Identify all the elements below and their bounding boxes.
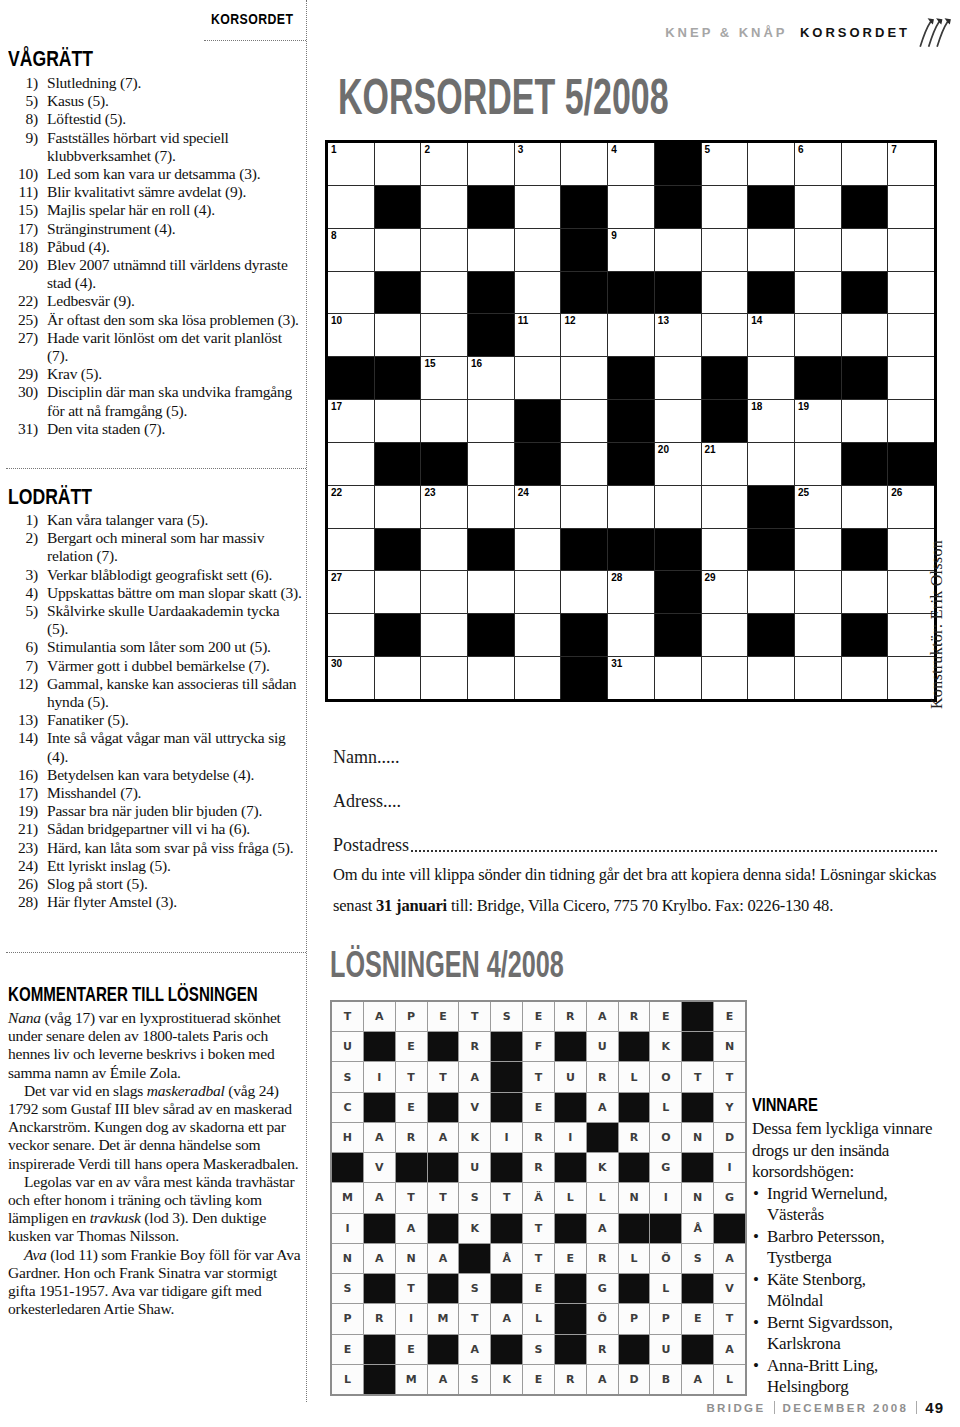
- white-cell[interactable]: [468, 400, 514, 442]
- clue-number: 9): [8, 129, 38, 165]
- white-cell[interactable]: 14: [748, 314, 794, 356]
- solution-black-cell: [491, 1062, 522, 1091]
- clue: 17)Stränginstrument (4).: [8, 220, 302, 238]
- white-cell[interactable]: [375, 314, 421, 356]
- black-cell: [748, 614, 794, 656]
- white-cell[interactable]: 6: [795, 143, 841, 185]
- white-cell[interactable]: [561, 143, 607, 185]
- solution-letter-cell: D: [714, 1123, 745, 1152]
- white-cell[interactable]: 22: [328, 486, 374, 528]
- black-cell: [748, 529, 794, 571]
- winner-name: Barbro Petersson,: [767, 1226, 950, 1248]
- white-cell[interactable]: [748, 357, 794, 399]
- white-cell[interactable]: [795, 443, 841, 485]
- clue-number: 31): [8, 420, 38, 438]
- clue-number: 4): [8, 584, 38, 602]
- white-cell[interactable]: 7: [888, 143, 934, 185]
- white-cell[interactable]: [468, 657, 514, 699]
- white-cell[interactable]: [655, 486, 701, 528]
- white-cell[interactable]: 11: [515, 314, 561, 356]
- solution-letter-cell: A: [491, 1304, 522, 1333]
- solution-letter-cell: R: [364, 1304, 395, 1333]
- black-cell: [655, 614, 701, 656]
- black-cell: [655, 186, 701, 228]
- solution-black-cell: [428, 1093, 459, 1122]
- solution-black-cell: [364, 1274, 395, 1303]
- white-cell[interactable]: 4: [608, 143, 654, 185]
- clue: 9)Fastställes hörbart vid speciell klubb…: [8, 129, 302, 165]
- clue: 19)Passar bra när juden blir bjuden (7).: [8, 802, 302, 820]
- cell-number: 12: [564, 315, 575, 326]
- clue: 21)Sådan bridgepartner vill vi ha (6).: [8, 820, 302, 838]
- white-cell[interactable]: [468, 229, 514, 271]
- white-cell[interactable]: 24: [515, 486, 561, 528]
- solution-letter-cell: N: [332, 1244, 363, 1273]
- white-cell[interactable]: [702, 614, 748, 656]
- black-cell: [375, 357, 421, 399]
- white-cell[interactable]: [561, 486, 607, 528]
- white-cell[interactable]: [608, 486, 654, 528]
- cell-number: 3: [518, 144, 524, 155]
- white-cell[interactable]: [421, 529, 467, 571]
- white-cell[interactable]: [375, 571, 421, 613]
- cell-number: 26: [891, 487, 902, 498]
- white-cell[interactable]: [515, 657, 561, 699]
- white-cell[interactable]: [608, 314, 654, 356]
- solution-letter-cell: P: [650, 1304, 681, 1333]
- black-cell: [608, 357, 654, 399]
- white-cell[interactable]: 20: [655, 443, 701, 485]
- clue-text: Blir kvalitativt sämre avdelat (9).: [47, 183, 302, 201]
- white-cell[interactable]: [795, 657, 841, 699]
- solution-letter-cell: Å: [491, 1244, 522, 1273]
- white-cell[interactable]: [702, 314, 748, 356]
- black-cell: [795, 357, 841, 399]
- white-cell[interactable]: 29: [702, 571, 748, 613]
- clue: 1)Kan våra talanger vara (5).: [8, 511, 302, 529]
- solution-letter-cell: P: [332, 1304, 363, 1333]
- solution-letter-cell: K: [459, 1214, 490, 1243]
- solution-black-cell: [428, 1032, 459, 1061]
- black-cell: [421, 443, 467, 485]
- column-divider: [306, 0, 307, 1402]
- white-cell[interactable]: [702, 272, 748, 314]
- white-cell[interactable]: [748, 657, 794, 699]
- white-cell[interactable]: 3: [515, 143, 561, 185]
- white-cell[interactable]: [655, 229, 701, 271]
- black-cell: [561, 657, 607, 699]
- white-cell[interactable]: 23: [421, 486, 467, 528]
- solution-letter-cell: T: [459, 1304, 490, 1333]
- solution-letter-cell: R: [396, 1123, 427, 1152]
- clue-number: 29): [8, 365, 38, 383]
- white-cell[interactable]: [795, 314, 841, 356]
- solution-letter-cell: A: [428, 1123, 459, 1152]
- white-cell[interactable]: 28: [608, 571, 654, 613]
- white-cell[interactable]: 5: [702, 143, 748, 185]
- white-cell[interactable]: 9: [608, 229, 654, 271]
- solution-black-cell: [682, 1093, 713, 1122]
- clue: 25)Är oftast den som ska lösa problemen …: [8, 311, 302, 329]
- solution-letter-cell: R: [619, 1123, 650, 1152]
- white-cell[interactable]: [702, 529, 748, 571]
- black-cell: [468, 614, 514, 656]
- solution-black-cell: [555, 1335, 586, 1364]
- solution-black-cell: [555, 1153, 586, 1182]
- white-cell[interactable]: 30: [328, 657, 374, 699]
- cell-number: 7: [891, 144, 897, 155]
- white-cell[interactable]: 25: [795, 486, 841, 528]
- solution-letter-cell: U: [332, 1032, 363, 1061]
- across-clue-list: 1)Slutledning (7).5)Kasus (5).8)Löftesti…: [8, 74, 302, 438]
- comment-paragraph: Ava (lod 11) som Frankie Boy föll för va…: [8, 1246, 304, 1319]
- clue: 12)Gammal, kanske kan associeras till så…: [8, 675, 302, 711]
- clue-text: Härd, kan låta som svar på viss fråga (5…: [47, 839, 302, 857]
- cell-number: 25: [798, 487, 809, 498]
- white-cell[interactable]: [515, 357, 561, 399]
- comments-body: Nana (våg 17) var en lyxprostituerad skö…: [8, 1009, 304, 1318]
- clue: 17)Misshandel (7).: [8, 784, 302, 802]
- white-cell[interactable]: [375, 229, 421, 271]
- white-cell[interactable]: [375, 486, 421, 528]
- solution-letter-cell: N: [682, 1183, 713, 1212]
- quill-pens-icon: [917, 15, 953, 49]
- solution-letter-cell: H: [332, 1123, 363, 1152]
- white-cell[interactable]: [328, 272, 374, 314]
- white-cell[interactable]: 16: [468, 357, 514, 399]
- black-cell: [655, 272, 701, 314]
- white-cell[interactable]: [842, 486, 888, 528]
- black-cell: [702, 357, 748, 399]
- black-cell: [375, 443, 421, 485]
- white-cell[interactable]: [748, 229, 794, 271]
- black-cell: [655, 571, 701, 613]
- cell-number: 27: [331, 572, 342, 583]
- solution-letter-cell: A: [714, 1335, 745, 1364]
- white-cell[interactable]: 18: [748, 400, 794, 442]
- dotted-rule: [204, 40, 306, 41]
- white-cell[interactable]: [842, 229, 888, 271]
- white-cell[interactable]: 8: [328, 229, 374, 271]
- solution-letter-cell: N: [619, 1183, 650, 1212]
- clue-number: 8): [8, 110, 38, 128]
- clue-number: 12): [8, 675, 38, 711]
- solution-letter-cell: A: [428, 1244, 459, 1273]
- cell-number: 10: [331, 315, 342, 326]
- white-cell[interactable]: [468, 571, 514, 613]
- white-cell[interactable]: [608, 614, 654, 656]
- white-cell[interactable]: [888, 400, 934, 442]
- clue-text: Ett lyriskt inslag (5).: [47, 857, 302, 875]
- solution-letter-cell: E: [650, 1002, 681, 1031]
- white-cell[interactable]: [421, 657, 467, 699]
- white-cell[interactable]: [748, 571, 794, 613]
- white-cell[interactable]: [375, 400, 421, 442]
- solution-black-cell: [491, 1153, 522, 1182]
- solution-letter-cell: R: [587, 1062, 618, 1091]
- solution-letter-cell: A: [714, 1244, 745, 1273]
- kicker-section: KNEP & KNÅP: [665, 25, 787, 40]
- white-cell[interactable]: [328, 529, 374, 571]
- white-cell[interactable]: [842, 571, 888, 613]
- solution-black-cell: [491, 1214, 522, 1243]
- solution-letter-cell: E: [523, 1365, 554, 1394]
- clue-text: Gammal, kanske kan associeras till sådan…: [47, 675, 302, 711]
- white-cell[interactable]: 1: [328, 143, 374, 185]
- white-cell[interactable]: 2: [421, 143, 467, 185]
- solution-letter-cell: T: [523, 1062, 554, 1091]
- cell-number: 4: [611, 144, 617, 155]
- clue-text: Kan våra talanger vara (5).: [47, 511, 302, 529]
- white-cell[interactable]: [328, 614, 374, 656]
- solution-letter-cell: L: [587, 1183, 618, 1212]
- clue-number: 20): [8, 256, 38, 292]
- white-cell[interactable]: [655, 657, 701, 699]
- white-cell[interactable]: [468, 486, 514, 528]
- solution-black-cell: [714, 1214, 745, 1243]
- white-cell[interactable]: [702, 186, 748, 228]
- solution-letter-cell: R: [587, 1335, 618, 1364]
- clue-text: Kasus (5).: [47, 92, 302, 110]
- solution-letter-cell: I: [396, 1304, 427, 1333]
- solution-letter-cell: R: [523, 1123, 554, 1152]
- white-cell[interactable]: [328, 443, 374, 485]
- down-heading: LODRÄTT: [8, 484, 113, 510]
- name-field-label: Namn.....: [333, 747, 400, 768]
- down-clue-list: 1)Kan våra talanger vara (5).2)Bergart o…: [8, 511, 302, 911]
- white-cell[interactable]: [842, 657, 888, 699]
- clue-number: 18): [8, 238, 38, 256]
- white-cell[interactable]: [375, 657, 421, 699]
- white-cell[interactable]: 10: [328, 314, 374, 356]
- white-cell[interactable]: [515, 186, 561, 228]
- black-cell: [842, 614, 888, 656]
- white-cell[interactable]: [421, 186, 467, 228]
- white-cell[interactable]: [795, 571, 841, 613]
- clue: 31)Den vita staden (7).: [8, 420, 302, 438]
- white-cell[interactable]: [328, 186, 374, 228]
- clue: 15)Majlis spelar här en roll (4).: [8, 201, 302, 219]
- solution-letter-cell: A: [459, 1062, 490, 1091]
- clue: 6)Stimulantia som låter som 200 ut (5).: [8, 638, 302, 656]
- white-cell[interactable]: [515, 229, 561, 271]
- solution-letter-cell: R: [587, 1244, 618, 1273]
- clue: 11)Blir kvalitativt sämre avdelat (9).: [8, 183, 302, 201]
- cell-number: 5: [705, 144, 711, 155]
- white-cell[interactable]: [515, 529, 561, 571]
- white-cell[interactable]: [421, 314, 467, 356]
- solution-black-cell: [459, 1244, 490, 1273]
- solution-letter-cell: G: [587, 1274, 618, 1303]
- winner-name: Anna-Britt Ling,: [767, 1355, 950, 1377]
- clue: 24)Ett lyriskt inslag (5).: [8, 857, 302, 875]
- solution-letter-cell: U: [459, 1153, 490, 1182]
- clue: 20)Blev 2007 utnämnd till världens dyras…: [8, 256, 302, 292]
- black-cell: [655, 143, 701, 185]
- winner-city: Mölndal: [767, 1290, 950, 1312]
- black-cell: [375, 272, 421, 314]
- white-cell[interactable]: [375, 143, 421, 185]
- white-cell[interactable]: [421, 571, 467, 613]
- white-cell[interactable]: 17: [328, 400, 374, 442]
- solution-letter-cell: T: [428, 1062, 459, 1091]
- clue-number: 5): [8, 602, 38, 638]
- white-cell[interactable]: [748, 443, 794, 485]
- white-cell[interactable]: 15: [421, 357, 467, 399]
- white-cell[interactable]: [515, 571, 561, 613]
- solution-letter-cell: L: [619, 1244, 650, 1273]
- solution-letter-cell: K: [459, 1123, 490, 1152]
- white-cell[interactable]: [515, 614, 561, 656]
- black-cell: [515, 443, 561, 485]
- white-cell[interactable]: [655, 357, 701, 399]
- solution-black-cell: [587, 1123, 618, 1152]
- white-cell[interactable]: [608, 186, 654, 228]
- solution-title: LÖSNINGEN 4/2008: [330, 947, 664, 983]
- white-cell[interactable]: [795, 186, 841, 228]
- cell-number: 29: [705, 572, 716, 583]
- white-cell[interactable]: [888, 186, 934, 228]
- clue-text: Betydelsen kan vara betydelse (4).: [47, 766, 302, 784]
- white-cell[interactable]: [468, 143, 514, 185]
- clue: 28)Här flyter Amstel (3).: [8, 893, 302, 911]
- solution-letter-cell: M: [396, 1365, 427, 1394]
- solution-black-cell: [682, 1153, 713, 1182]
- white-cell[interactable]: [561, 571, 607, 613]
- solution-letter-cell: R: [619, 1002, 650, 1031]
- clue-text: Led som kan vara ur detsamma (3).: [47, 165, 302, 183]
- white-cell[interactable]: [702, 229, 748, 271]
- white-cell[interactable]: 12: [561, 314, 607, 356]
- white-cell[interactable]: [561, 400, 607, 442]
- page-kicker: KNEP & KNÅP KORSORDET: [665, 25, 910, 40]
- white-cell[interactable]: 13: [655, 314, 701, 356]
- clue-text: Här flyter Amstel (3).: [47, 893, 302, 911]
- cell-number: 18: [751, 401, 762, 412]
- clue-number: 19): [8, 802, 38, 820]
- solution-letter-cell: T: [491, 1183, 522, 1212]
- clue-number: 30): [8, 383, 38, 419]
- solution-letter-cell: A: [364, 1123, 395, 1152]
- winners-heading: VINNARE: [752, 1094, 950, 1116]
- solution-letter-cell: L: [555, 1183, 586, 1212]
- white-cell[interactable]: [842, 143, 888, 185]
- white-cell[interactable]: 31: [608, 657, 654, 699]
- solution-letter-cell: E: [523, 1002, 554, 1031]
- black-cell: [468, 529, 514, 571]
- white-cell[interactable]: [842, 314, 888, 356]
- clue-number: 11): [8, 183, 38, 201]
- white-cell[interactable]: [842, 400, 888, 442]
- clue-number: 25): [8, 311, 38, 329]
- black-cell: [561, 614, 607, 656]
- solution-letter-cell: E: [523, 1093, 554, 1122]
- cell-number: 24: [518, 487, 529, 498]
- white-cell[interactable]: [795, 229, 841, 271]
- solution-grid: TAPETSERAREEUERFUKNSITTATURLOTTCEVEALYHA…: [330, 1000, 747, 1396]
- cell-number: 31: [611, 658, 622, 669]
- white-cell[interactable]: [795, 614, 841, 656]
- solution-letter-cell: S: [491, 1002, 522, 1031]
- clue: 30)Disciplin där man ska undvika framgån…: [8, 383, 302, 419]
- white-cell[interactable]: [561, 357, 607, 399]
- solution-letter-cell: Ö: [650, 1244, 681, 1273]
- white-cell[interactable]: 21: [702, 443, 748, 485]
- solution-black-cell: [364, 1214, 395, 1243]
- white-cell[interactable]: [888, 314, 934, 356]
- clue: 7)Värmer gott i dubbel bemärkelse (7).: [8, 657, 302, 675]
- winner-name: Ingrid Wernelund,: [767, 1183, 950, 1205]
- white-cell[interactable]: 26: [888, 486, 934, 528]
- cell-number: 30: [331, 658, 342, 669]
- clue-number: 26): [8, 875, 38, 893]
- cell-number: 13: [658, 315, 669, 326]
- clue-number: 21): [8, 820, 38, 838]
- white-cell[interactable]: [702, 486, 748, 528]
- white-cell[interactable]: [421, 614, 467, 656]
- clue-number: 24): [8, 857, 38, 875]
- white-cell[interactable]: [515, 272, 561, 314]
- crossword-grid: 1234567891011121314151617181920212223242…: [325, 140, 937, 702]
- solution-letter-cell: R: [555, 1002, 586, 1031]
- white-cell[interactable]: [888, 229, 934, 271]
- white-cell[interactable]: [888, 272, 934, 314]
- solution-black-cell: [682, 1002, 713, 1031]
- clue: 27)Hade varit lönlöst om det varit planl…: [8, 329, 302, 365]
- solution-letter-cell: S: [332, 1062, 363, 1091]
- clue: 4)Uppskattas bättre om man slopar skatt …: [8, 584, 302, 602]
- cell-number: 17: [331, 401, 342, 412]
- solution-black-cell: [619, 1214, 650, 1243]
- white-cell[interactable]: [888, 357, 934, 399]
- solution-letter-cell: V: [364, 1153, 395, 1182]
- white-cell[interactable]: [795, 272, 841, 314]
- white-cell[interactable]: [468, 443, 514, 485]
- white-cell[interactable]: [421, 229, 467, 271]
- solution-letter-cell: N: [396, 1244, 427, 1273]
- solution-letter-cell: F: [523, 1032, 554, 1061]
- white-cell[interactable]: [748, 143, 794, 185]
- white-cell[interactable]: 19: [795, 400, 841, 442]
- white-cell[interactable]: [655, 400, 701, 442]
- clue: 5)Kasus (5).: [8, 92, 302, 110]
- white-cell[interactable]: [561, 443, 607, 485]
- black-cell: [468, 314, 514, 356]
- solution-letter-cell: E: [714, 1002, 745, 1031]
- solution-black-cell: [428, 1335, 459, 1364]
- solution-letter-cell: E: [555, 1244, 586, 1273]
- black-cell: [608, 400, 654, 442]
- white-cell[interactable]: [795, 529, 841, 571]
- solution-black-cell: [396, 1153, 427, 1182]
- white-cell[interactable]: [421, 272, 467, 314]
- solution-letter-cell: B: [650, 1365, 681, 1394]
- solution-letter-cell: K: [587, 1153, 618, 1182]
- clue-text: Uppskattas bättre om man slopar skatt (3…: [47, 584, 302, 602]
- clue-text: Löftestid (5).: [47, 110, 302, 128]
- solution-letter-cell: A: [396, 1214, 427, 1243]
- clue-text: Misshandel (7).: [47, 784, 302, 802]
- clue-number: 14): [8, 729, 38, 765]
- black-cell: [655, 529, 701, 571]
- solution-letter-cell: O: [650, 1062, 681, 1091]
- white-cell[interactable]: 27: [328, 571, 374, 613]
- address-field-label: Adress....: [333, 791, 401, 812]
- clue: 22)Ledbesvär (9).: [8, 292, 302, 310]
- white-cell[interactable]: [421, 400, 467, 442]
- solution-letter-cell: V: [714, 1274, 745, 1303]
- white-cell[interactable]: [702, 657, 748, 699]
